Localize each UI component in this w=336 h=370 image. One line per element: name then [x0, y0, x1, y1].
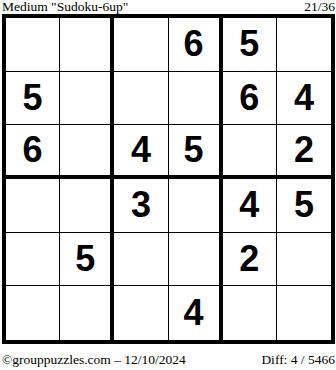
- footer-copyright: ©grouppuzzles.com – 12/10/2024: [2, 353, 186, 367]
- cell-r4c2[interactable]: [60, 179, 114, 233]
- cell-r3c2[interactable]: [60, 125, 114, 179]
- cell-r6c5[interactable]: [223, 286, 277, 340]
- cell-r4c1[interactable]: [6, 179, 60, 233]
- cell-r1c3[interactable]: [114, 18, 168, 72]
- cell-r2c4[interactable]: [169, 72, 223, 126]
- cell-r1c4[interactable]: 6: [169, 18, 223, 72]
- cell-r5c2[interactable]: 5: [60, 233, 114, 287]
- page-title: Medium "Sudoku-6up": [2, 0, 128, 14]
- cell-r6c6[interactable]: [277, 286, 331, 340]
- cell-r4c3[interactable]: 3: [114, 179, 168, 233]
- cell-r1c1[interactable]: [6, 18, 60, 72]
- cell-r2c3[interactable]: [114, 72, 168, 126]
- sudoku-page: Medium "Sudoku-6up" 21/36 65564645234552…: [0, 0, 336, 370]
- cell-r5c4[interactable]: [169, 233, 223, 287]
- cell-r6c1[interactable]: [6, 286, 60, 340]
- cell-r2c5[interactable]: 6: [223, 72, 277, 126]
- cell-r3c1[interactable]: 6: [6, 125, 60, 179]
- sudoku-board: 655646452345524: [2, 14, 335, 344]
- cell-r5c6[interactable]: [277, 233, 331, 287]
- cell-r5c3[interactable]: [114, 233, 168, 287]
- clue-counter: 21/36: [304, 0, 335, 14]
- cell-r1c6[interactable]: [277, 18, 331, 72]
- cell-r4c5[interactable]: 4: [223, 179, 277, 233]
- cell-r6c4[interactable]: 4: [169, 286, 223, 340]
- cell-r2c6[interactable]: 4: [277, 72, 331, 126]
- cell-r4c6[interactable]: 5: [277, 179, 331, 233]
- cell-r5c1[interactable]: [6, 233, 60, 287]
- cell-r4c4[interactable]: [169, 179, 223, 233]
- cell-r3c6[interactable]: 2: [277, 125, 331, 179]
- footer-difficulty: Diff: 4 / 5466: [261, 353, 335, 367]
- cell-r3c3[interactable]: 4: [114, 125, 168, 179]
- cell-r5c5[interactable]: 2: [223, 233, 277, 287]
- cell-r6c3[interactable]: [114, 286, 168, 340]
- cell-r1c2[interactable]: [60, 18, 114, 72]
- cell-r6c2[interactable]: [60, 286, 114, 340]
- cell-r1c5[interactable]: 5: [223, 18, 277, 72]
- cell-r2c1[interactable]: 5: [6, 72, 60, 126]
- cell-r3c4[interactable]: 5: [169, 125, 223, 179]
- cell-r3c5[interactable]: [223, 125, 277, 179]
- cell-r2c2[interactable]: [60, 72, 114, 126]
